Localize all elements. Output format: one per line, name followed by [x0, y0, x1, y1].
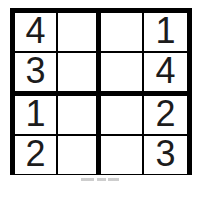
cell-r3c3[interactable]: [101, 96, 144, 136]
cell-r4c2[interactable]: [58, 136, 101, 174]
sudoku-board: 4 1 3 4 1 2 2 3: [10, 8, 192, 175]
cell-r3c2[interactable]: [58, 96, 101, 136]
cell-r1c2[interactable]: [58, 13, 101, 53]
cell-r1c3[interactable]: [101, 13, 144, 53]
cell-r1c4: 1: [144, 13, 187, 53]
watermark-text: [81, 178, 119, 181]
cell-r4c4: 3: [144, 136, 187, 174]
cell-r3c1: 1: [15, 96, 58, 136]
cell-r3c4: 2: [144, 96, 187, 136]
cell-r1c1: 4: [15, 13, 58, 53]
cell-r2c1: 3: [15, 53, 58, 96]
cell-r4c3[interactable]: [101, 136, 144, 174]
cell-r2c2[interactable]: [58, 53, 101, 96]
cell-r2c3[interactable]: [101, 53, 144, 96]
sudoku-page: 4 1 3 4 1 2 2 3: [0, 0, 200, 200]
cell-r4c1: 2: [15, 136, 58, 174]
cell-r2c4: 4: [144, 53, 187, 96]
